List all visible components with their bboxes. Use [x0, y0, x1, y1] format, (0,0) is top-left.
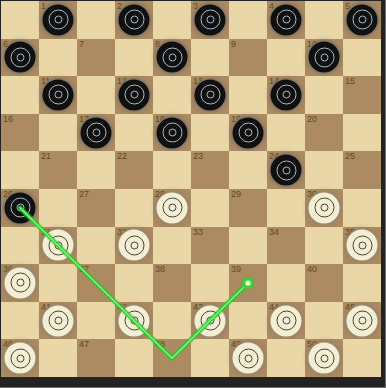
- board-square-light: [229, 76, 267, 114]
- board-square-light: [115, 39, 153, 77]
- board-square-light: [229, 302, 267, 340]
- board-square-50[interactable]: 50: [305, 339, 343, 377]
- piece-inner-ring: [54, 241, 62, 249]
- board-square-light: [39, 189, 77, 227]
- board-square-light: [305, 302, 343, 340]
- piece-inner-ring: [206, 91, 214, 99]
- board-square-light: [77, 227, 115, 265]
- board-square-light: [153, 1, 191, 39]
- piece-inner-ring: [130, 317, 138, 325]
- piece-inner-ring: [130, 241, 138, 249]
- board-square-light: [153, 227, 191, 265]
- square-number: 38: [155, 264, 165, 275]
- board-square-6[interactable]: 6: [1, 39, 39, 77]
- board-square-light: [77, 1, 115, 39]
- board-square-8[interactable]: 8: [153, 39, 191, 77]
- piece-inner-ring: [282, 16, 290, 24]
- board-square-46[interactable]: 46: [1, 339, 39, 377]
- square-number: 7: [79, 39, 84, 50]
- white-piece[interactable]: [43, 305, 74, 336]
- board-square-light: [1, 151, 39, 189]
- board-square-light: [229, 151, 267, 189]
- board-square-light: [267, 114, 305, 152]
- board-square-45[interactable]: 45: [343, 302, 381, 340]
- square-number: 48: [155, 339, 165, 350]
- piece-inner-ring: [358, 317, 366, 325]
- black-piece[interactable]: [271, 4, 302, 35]
- board-square-14[interactable]: 14: [267, 76, 305, 114]
- piece-inner-ring: [168, 53, 176, 61]
- black-piece[interactable]: [233, 117, 264, 148]
- board-square-23[interactable]: 23: [191, 151, 229, 189]
- piece-inner-ring: [16, 354, 24, 362]
- black-piece[interactable]: [271, 79, 302, 110]
- board-square-1[interactable]: 1: [39, 1, 77, 39]
- board-square-49[interactable]: 49: [229, 339, 267, 377]
- board-square-10[interactable]: 10: [305, 39, 343, 77]
- board-square-32[interactable]: 32: [115, 227, 153, 265]
- square-number: 25: [345, 151, 355, 162]
- board-square-light: [267, 264, 305, 302]
- board-square-light: [191, 39, 229, 77]
- board-square-light: [39, 39, 77, 77]
- board-square-42[interactable]: 42: [115, 302, 153, 340]
- square-number: 37: [79, 264, 89, 275]
- board-square-38[interactable]: 38: [153, 264, 191, 302]
- square-number: 33: [193, 227, 203, 238]
- board-square-light: [305, 1, 343, 39]
- board-square-light: [267, 339, 305, 377]
- piece-inner-ring: [16, 204, 24, 212]
- board-square-43[interactable]: 43: [191, 302, 229, 340]
- board-square-7[interactable]: 7: [77, 39, 115, 77]
- board-square-light: [1, 76, 39, 114]
- white-piece[interactable]: [347, 230, 378, 261]
- board-square-light: [229, 1, 267, 39]
- board: 1234567891011121314151617181920212223242…: [1, 1, 381, 377]
- board-square-light: [115, 264, 153, 302]
- board-square-5[interactable]: 5: [343, 1, 381, 39]
- board-square-light: [191, 189, 229, 227]
- piece-inner-ring: [168, 129, 176, 137]
- piece-inner-ring: [54, 91, 62, 99]
- square-number: 39: [231, 264, 241, 275]
- white-piece[interactable]: [309, 192, 340, 223]
- board-square-39[interactable]: 39: [229, 264, 267, 302]
- board-square-light: [153, 302, 191, 340]
- board-square-20[interactable]: 20: [305, 114, 343, 152]
- piece-inner-ring: [54, 16, 62, 24]
- square-number: 21: [41, 151, 51, 162]
- white-piece[interactable]: [43, 230, 74, 261]
- board-square-30[interactable]: 30: [305, 189, 343, 227]
- piece-inner-ring: [320, 204, 328, 212]
- square-number: 15: [345, 76, 355, 87]
- square-number: 23: [193, 151, 203, 162]
- board-square-37[interactable]: 37: [77, 264, 115, 302]
- board-square-16[interactable]: 16: [1, 114, 39, 152]
- board-square-34[interactable]: 34: [267, 227, 305, 265]
- board-square-light: [267, 189, 305, 227]
- board-square-light: [39, 339, 77, 377]
- black-piece[interactable]: [119, 4, 150, 35]
- board-square-35[interactable]: 35: [343, 227, 381, 265]
- black-piece[interactable]: [43, 79, 74, 110]
- board-square-26[interactable]: 26: [1, 189, 39, 227]
- piece-inner-ring: [358, 16, 366, 24]
- square-number: 20: [307, 114, 317, 125]
- piece-inner-ring: [16, 53, 24, 61]
- board-square-light: [77, 302, 115, 340]
- piece-inner-ring: [130, 16, 138, 24]
- piece-inner-ring: [16, 279, 24, 287]
- board-square-light: [115, 114, 153, 152]
- board-square-light: [39, 264, 77, 302]
- piece-inner-ring: [244, 354, 252, 362]
- board-square-22[interactable]: 22: [115, 151, 153, 189]
- board-square-light: [191, 114, 229, 152]
- board-square-12[interactable]: 12: [115, 76, 153, 114]
- white-piece[interactable]: [119, 305, 150, 336]
- square-number: 34: [269, 227, 279, 238]
- board-square-31[interactable]: 31: [39, 227, 77, 265]
- piece-inner-ring: [282, 166, 290, 174]
- board-square-24[interactable]: 24: [267, 151, 305, 189]
- white-piece[interactable]: [309, 343, 340, 374]
- board-square-light: [1, 1, 39, 39]
- board-square-15[interactable]: 15: [343, 76, 381, 114]
- black-piece[interactable]: [119, 79, 150, 110]
- piece-inner-ring: [206, 16, 214, 24]
- square-number: 22: [117, 151, 127, 162]
- piece-inner-ring: [168, 204, 176, 212]
- black-piece[interactable]: [157, 117, 188, 148]
- black-piece[interactable]: [309, 42, 340, 73]
- square-number: 16: [3, 114, 13, 125]
- piece-inner-ring: [358, 241, 366, 249]
- board-square-40[interactable]: 40: [305, 264, 343, 302]
- board-square-41[interactable]: 41: [39, 302, 77, 340]
- white-piece[interactable]: [271, 305, 302, 336]
- piece-inner-ring: [244, 129, 252, 137]
- black-piece[interactable]: [347, 4, 378, 35]
- draughts-app-window: 1234567891011121314151617181920212223242…: [0, 0, 386, 388]
- board-square-light: [39, 114, 77, 152]
- square-number: 40: [307, 264, 317, 275]
- board-square-light: [1, 227, 39, 265]
- black-piece[interactable]: [195, 79, 226, 110]
- piece-inner-ring: [282, 91, 290, 99]
- board-square-47[interactable]: 47: [77, 339, 115, 377]
- square-number: 29: [231, 189, 241, 200]
- board-square-21[interactable]: 21: [39, 151, 77, 189]
- board-square-9[interactable]: 9: [229, 39, 267, 77]
- board-square-44[interactable]: 44: [267, 302, 305, 340]
- board-square-48[interactable]: 48: [153, 339, 191, 377]
- board-square-11[interactable]: 11: [39, 76, 77, 114]
- piece-inner-ring: [206, 317, 214, 325]
- board-square-27[interactable]: 27: [77, 189, 115, 227]
- board-square-light: [343, 39, 381, 77]
- black-piece[interactable]: [271, 155, 302, 186]
- board-square-light: [305, 151, 343, 189]
- white-piece[interactable]: [119, 230, 150, 261]
- white-piece[interactable]: [195, 305, 226, 336]
- black-piece[interactable]: [43, 4, 74, 35]
- square-number: 9: [231, 39, 236, 50]
- board-square-18[interactable]: 18: [153, 114, 191, 152]
- board-square-13[interactable]: 13: [191, 76, 229, 114]
- board-square-28[interactable]: 28: [153, 189, 191, 227]
- board-square-light: [343, 189, 381, 227]
- white-piece[interactable]: [347, 305, 378, 336]
- black-piece[interactable]: [157, 42, 188, 73]
- board-square-light: [305, 76, 343, 114]
- board-square-4[interactable]: 4: [267, 1, 305, 39]
- white-piece[interactable]: [5, 267, 36, 298]
- board-square-light: [153, 151, 191, 189]
- board-square-light: [343, 264, 381, 302]
- white-piece[interactable]: [157, 192, 188, 223]
- board-square-3[interactable]: 3: [191, 1, 229, 39]
- board-square-light: [191, 339, 229, 377]
- black-piece[interactable]: [5, 192, 36, 223]
- square-number: 47: [79, 339, 89, 350]
- piece-inner-ring: [282, 317, 290, 325]
- board-square-light: [77, 76, 115, 114]
- board-square-light: [343, 339, 381, 377]
- black-piece[interactable]: [5, 42, 36, 73]
- board-square-light: [229, 227, 267, 265]
- board-square-light: [305, 227, 343, 265]
- board-square-light: [267, 39, 305, 77]
- board-square-2[interactable]: 2: [115, 1, 153, 39]
- board-square-light: [1, 302, 39, 340]
- board-square-17[interactable]: 17: [77, 114, 115, 152]
- board-square-light: [115, 189, 153, 227]
- piece-inner-ring: [130, 91, 138, 99]
- black-piece[interactable]: [195, 4, 226, 35]
- board-square-36[interactable]: 36: [1, 264, 39, 302]
- board-square-light: [115, 339, 153, 377]
- piece-inner-ring: [92, 129, 100, 137]
- board-square-29[interactable]: 29: [229, 189, 267, 227]
- white-piece[interactable]: [233, 343, 264, 374]
- white-piece[interactable]: [5, 343, 36, 374]
- board-square-light: [77, 151, 115, 189]
- piece-inner-ring: [320, 354, 328, 362]
- piece-inner-ring: [54, 317, 62, 325]
- piece-inner-ring: [320, 53, 328, 61]
- square-number: 27: [79, 189, 89, 200]
- board-square-25[interactable]: 25: [343, 151, 381, 189]
- board-square-19[interactable]: 19: [229, 114, 267, 152]
- board-square-33[interactable]: 33: [191, 227, 229, 265]
- board-square-light: [191, 264, 229, 302]
- board-square-light: [343, 114, 381, 152]
- black-piece[interactable]: [81, 117, 112, 148]
- board-square-light: [153, 76, 191, 114]
